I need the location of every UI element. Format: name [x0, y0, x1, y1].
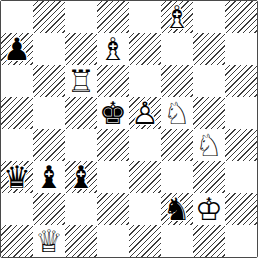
- piece-halo: ♜: [65, 65, 97, 97]
- square-f3[interactable]: [161, 161, 193, 193]
- square-c6[interactable]: ♜♖: [65, 65, 97, 97]
- square-d1[interactable]: [97, 225, 129, 257]
- piece-halo: ♚: [193, 193, 225, 225]
- white-knight-f5[interactable]: ♘: [161, 97, 193, 129]
- white-bishop-d7[interactable]: ♗: [97, 33, 129, 65]
- square-c4[interactable]: [65, 129, 97, 161]
- square-e8[interactable]: [129, 1, 161, 33]
- square-e2[interactable]: [129, 193, 161, 225]
- square-h3[interactable]: [225, 161, 257, 193]
- piece-halo: ♛: [1, 161, 33, 193]
- square-e1[interactable]: [129, 225, 161, 257]
- square-d5[interactable]: ♚♚: [97, 97, 129, 129]
- piece-halo: ♞: [161, 97, 193, 129]
- white-rook-c6[interactable]: ♖: [65, 65, 97, 97]
- square-f7[interactable]: [161, 33, 193, 65]
- square-e6[interactable]: [129, 65, 161, 97]
- square-d7[interactable]: ♝♗: [97, 33, 129, 65]
- square-f2[interactable]: ♞♞: [161, 193, 193, 225]
- square-g5[interactable]: [193, 97, 225, 129]
- white-pawn-e5[interactable]: ♙: [129, 97, 161, 129]
- square-h1[interactable]: [225, 225, 257, 257]
- square-d3[interactable]: [97, 161, 129, 193]
- black-bishop-b3[interactable]: ♝: [33, 161, 65, 193]
- square-d8[interactable]: [97, 1, 129, 33]
- square-g4[interactable]: ♞♘: [193, 129, 225, 161]
- square-a6[interactable]: [1, 65, 33, 97]
- piece-halo: ♝: [97, 33, 129, 65]
- piece-halo: ♞: [193, 129, 225, 161]
- square-d6[interactable]: [97, 65, 129, 97]
- square-c3[interactable]: ♝♝: [65, 161, 97, 193]
- black-pawn-a7[interactable]: ♟: [1, 33, 33, 65]
- square-b6[interactable]: [33, 65, 65, 97]
- piece-halo: ♞: [161, 193, 193, 225]
- white-bishop-f8[interactable]: ♗: [161, 1, 193, 33]
- square-e5[interactable]: ♟♙: [129, 97, 161, 129]
- square-d4[interactable]: [97, 129, 129, 161]
- square-b1[interactable]: ♛♕: [33, 225, 65, 257]
- square-d2[interactable]: [97, 193, 129, 225]
- square-h8[interactable]: [225, 1, 257, 33]
- square-f5[interactable]: ♞♘: [161, 97, 193, 129]
- square-e4[interactable]: [129, 129, 161, 161]
- white-king-g2[interactable]: ♔: [193, 193, 225, 225]
- square-f4[interactable]: [161, 129, 193, 161]
- square-b8[interactable]: [33, 1, 65, 33]
- black-knight-f2[interactable]: ♞: [161, 193, 193, 225]
- piece-halo: ♟: [1, 33, 33, 65]
- square-a3[interactable]: ♛♛: [1, 161, 33, 193]
- square-f8[interactable]: ♝♗: [161, 1, 193, 33]
- square-b5[interactable]: [33, 97, 65, 129]
- piece-halo: ♛: [33, 225, 65, 257]
- square-a7[interactable]: ♟♟: [1, 33, 33, 65]
- square-a2[interactable]: [1, 193, 33, 225]
- square-a4[interactable]: [1, 129, 33, 161]
- square-h2[interactable]: [225, 193, 257, 225]
- chess-board[interactable]: ♝♗♟♟♝♗♜♖♚♚♟♙♞♘♞♘♛♛♝♝♝♝♞♞♚♔♛♕: [0, 0, 258, 258]
- square-b3[interactable]: ♝♝: [33, 161, 65, 193]
- square-b4[interactable]: [33, 129, 65, 161]
- piece-halo: ♟: [129, 97, 161, 129]
- square-f6[interactable]: [161, 65, 193, 97]
- square-g1[interactable]: [193, 225, 225, 257]
- piece-halo: ♝: [161, 1, 193, 33]
- square-a1[interactable]: [1, 225, 33, 257]
- square-g2[interactable]: ♚♔: [193, 193, 225, 225]
- square-g3[interactable]: [193, 161, 225, 193]
- black-queen-a3[interactable]: ♛: [1, 161, 33, 193]
- square-c2[interactable]: [65, 193, 97, 225]
- piece-halo: ♝: [65, 161, 97, 193]
- black-bishop-c3[interactable]: ♝: [65, 161, 97, 193]
- square-b7[interactable]: [33, 33, 65, 65]
- square-c1[interactable]: [65, 225, 97, 257]
- piece-halo: ♚: [97, 97, 129, 129]
- piece-halo: ♝: [33, 161, 65, 193]
- square-g7[interactable]: [193, 33, 225, 65]
- square-h5[interactable]: [225, 97, 257, 129]
- square-e3[interactable]: [129, 161, 161, 193]
- square-g6[interactable]: [193, 65, 225, 97]
- white-queen-b1[interactable]: ♕: [33, 225, 65, 257]
- square-c7[interactable]: [65, 33, 97, 65]
- square-c8[interactable]: [65, 1, 97, 33]
- square-e7[interactable]: [129, 33, 161, 65]
- black-king-d5[interactable]: ♚: [97, 97, 129, 129]
- white-knight-g4[interactable]: ♘: [193, 129, 225, 161]
- square-h6[interactable]: [225, 65, 257, 97]
- square-c5[interactable]: [65, 97, 97, 129]
- square-b2[interactable]: [33, 193, 65, 225]
- square-a5[interactable]: [1, 97, 33, 129]
- square-f1[interactable]: [161, 225, 193, 257]
- square-h7[interactable]: [225, 33, 257, 65]
- square-a8[interactable]: [1, 1, 33, 33]
- square-g8[interactable]: [193, 1, 225, 33]
- square-h4[interactable]: [225, 129, 257, 161]
